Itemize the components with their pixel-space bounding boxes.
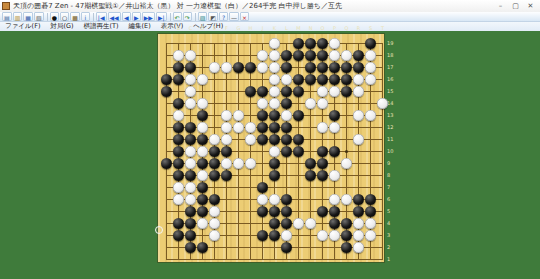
white-stone bbox=[329, 86, 340, 97]
toolbar-separator bbox=[170, 13, 171, 21]
row-label: 12 bbox=[387, 124, 399, 130]
white-stone bbox=[317, 230, 328, 241]
black-stone bbox=[293, 74, 304, 85]
black-stone bbox=[305, 158, 316, 169]
menu-replay[interactable]: 棋譜再生(T) bbox=[79, 22, 124, 31]
black-stone bbox=[197, 206, 208, 217]
black-stone bbox=[185, 230, 196, 241]
black-stone bbox=[269, 134, 280, 145]
black-stone bbox=[233, 62, 244, 73]
white-stone bbox=[317, 122, 328, 133]
black-stone bbox=[269, 110, 280, 121]
black-stone bbox=[293, 146, 304, 157]
black-stone bbox=[185, 62, 196, 73]
black-stone bbox=[365, 194, 376, 205]
black-stone bbox=[269, 170, 280, 181]
white-stone bbox=[269, 98, 280, 109]
white-stone bbox=[173, 194, 184, 205]
row-label: 7 bbox=[387, 184, 399, 190]
column-label: D bbox=[199, 25, 206, 31]
white-stone bbox=[173, 110, 184, 121]
white-stone bbox=[269, 74, 280, 85]
black-stone bbox=[317, 74, 328, 85]
white-stone bbox=[185, 86, 196, 97]
black-stone bbox=[281, 242, 292, 253]
current-move-marker bbox=[155, 226, 163, 234]
black-stone bbox=[269, 218, 280, 229]
row-label: 5 bbox=[387, 208, 399, 214]
black-stone bbox=[161, 74, 172, 85]
black-stone bbox=[257, 86, 268, 97]
black-stone bbox=[281, 62, 292, 73]
maximize-button[interactable]: ▢ bbox=[508, 0, 523, 12]
black-stone bbox=[281, 86, 292, 97]
black-stone bbox=[257, 182, 268, 193]
black-stone bbox=[317, 170, 328, 181]
black-stone bbox=[161, 158, 172, 169]
white-stone bbox=[173, 182, 184, 193]
go-board[interactable]: ABCDEFGHJKLMNOPQRST191817161514131211109… bbox=[158, 34, 384, 262]
white-stone bbox=[269, 146, 280, 157]
black-stone bbox=[281, 134, 292, 145]
white-stone bbox=[269, 194, 280, 205]
column-label: O bbox=[319, 25, 326, 31]
black-stone bbox=[197, 134, 208, 145]
black-stone bbox=[329, 146, 340, 157]
white-stone bbox=[341, 194, 352, 205]
white-stone bbox=[221, 122, 232, 133]
toolbar-separator bbox=[195, 13, 196, 21]
back-10-button[interactable]: ◀◀ bbox=[108, 12, 121, 21]
redo-button[interactable]: ↷ bbox=[183, 12, 192, 21]
white-stone bbox=[185, 194, 196, 205]
row-label: 4 bbox=[387, 220, 399, 226]
black-stone bbox=[329, 206, 340, 217]
white-stone bbox=[209, 230, 220, 241]
black-stone bbox=[293, 38, 304, 49]
white-stone bbox=[245, 134, 256, 145]
white-stone bbox=[329, 230, 340, 241]
column-label: J bbox=[259, 25, 266, 31]
black-stone bbox=[341, 218, 352, 229]
black-stone bbox=[257, 206, 268, 217]
black-stone bbox=[197, 110, 208, 121]
row-label: 18 bbox=[387, 52, 399, 58]
column-label: P bbox=[331, 25, 338, 31]
black-stone bbox=[293, 134, 304, 145]
white-stone bbox=[257, 50, 268, 61]
black-stone bbox=[173, 62, 184, 73]
black-stone bbox=[353, 194, 364, 205]
white-stone bbox=[365, 110, 376, 121]
minimize-button[interactable]: – bbox=[493, 0, 508, 12]
black-stone bbox=[209, 170, 220, 181]
white-stone bbox=[221, 110, 232, 121]
white-stone bbox=[257, 98, 268, 109]
row-label: 13 bbox=[387, 112, 399, 118]
forward-10-button[interactable]: ▶▶ bbox=[142, 12, 155, 21]
white-stone bbox=[269, 50, 280, 61]
black-stone bbox=[257, 122, 268, 133]
black-stone bbox=[293, 110, 304, 121]
black-stone bbox=[257, 110, 268, 121]
black-stone bbox=[185, 122, 196, 133]
white-stone bbox=[365, 50, 376, 61]
black-stone bbox=[173, 98, 184, 109]
black-stone bbox=[257, 134, 268, 145]
white-stone bbox=[269, 86, 280, 97]
row-label: 11 bbox=[387, 136, 399, 142]
black-stone bbox=[173, 146, 184, 157]
white-stone bbox=[185, 182, 196, 193]
column-label: C bbox=[187, 25, 194, 31]
white-stone bbox=[173, 50, 184, 61]
black-stone bbox=[305, 170, 316, 181]
toolbar: ▤▥▦▧●○▩i|◀◀◀◀▶▶▶▶|↶↷▨◩?—× bbox=[0, 12, 540, 22]
row-label: 19 bbox=[387, 40, 399, 46]
black-stone bbox=[281, 50, 292, 61]
info-button[interactable]: i bbox=[81, 12, 90, 21]
white-stone bbox=[197, 146, 208, 157]
print-button[interactable]: ▧ bbox=[34, 12, 44, 21]
black-stone bbox=[257, 230, 268, 241]
black-stone bbox=[341, 74, 352, 85]
black-stone bbox=[317, 158, 328, 169]
window-controls: –▢✕ bbox=[493, 0, 538, 12]
black-stone bbox=[197, 158, 208, 169]
black-stone bbox=[317, 146, 328, 157]
black-stone bbox=[197, 194, 208, 205]
black-stone bbox=[209, 158, 220, 169]
white-stone bbox=[185, 98, 196, 109]
white-stone bbox=[353, 230, 364, 241]
white-stone bbox=[281, 74, 292, 85]
white-stone bbox=[233, 110, 244, 121]
black-stone bbox=[245, 62, 256, 73]
row-label: 10 bbox=[387, 148, 399, 154]
row-label: 16 bbox=[387, 76, 399, 82]
black-stone bbox=[281, 218, 292, 229]
white-stone bbox=[233, 158, 244, 169]
white-stone bbox=[365, 230, 376, 241]
black-stone bbox=[173, 230, 184, 241]
black-stone bbox=[305, 74, 316, 85]
white-stone bbox=[353, 242, 364, 253]
black-stone bbox=[197, 182, 208, 193]
white-stone-button[interactable]: ○ bbox=[60, 12, 69, 21]
row-label: 6 bbox=[387, 196, 399, 202]
white-stone bbox=[257, 62, 268, 73]
white-stone bbox=[365, 74, 376, 85]
black-stone bbox=[281, 146, 292, 157]
white-stone bbox=[353, 74, 364, 85]
analysis-button[interactable]: ◩ bbox=[208, 12, 218, 21]
column-label: N bbox=[307, 25, 314, 31]
window-title: 天頂の囲碁7 Zen - 47期棋聖戦①／井山裕太（黒） 対 一力遼棋聖（白）／… bbox=[13, 1, 342, 11]
black-stone bbox=[269, 122, 280, 133]
white-stone bbox=[185, 158, 196, 169]
white-stone bbox=[185, 74, 196, 85]
black-stone-button[interactable]: ● bbox=[50, 12, 59, 21]
white-stone bbox=[245, 122, 256, 133]
black-stone bbox=[293, 50, 304, 61]
black-stone bbox=[269, 158, 280, 169]
menu-file[interactable]: ファイル(F) bbox=[0, 22, 45, 31]
close-button[interactable]: ✕ bbox=[523, 0, 538, 12]
black-stone bbox=[173, 134, 184, 145]
white-stone bbox=[281, 110, 292, 121]
black-stone bbox=[173, 122, 184, 133]
open-file-button[interactable]: ▥ bbox=[13, 12, 23, 21]
white-stone bbox=[353, 218, 364, 229]
column-label: Q bbox=[343, 25, 350, 31]
column-label: K bbox=[271, 25, 278, 31]
row-label: 9 bbox=[387, 160, 399, 166]
black-stone bbox=[317, 62, 328, 73]
white-stone bbox=[317, 98, 328, 109]
black-stone bbox=[185, 242, 196, 253]
white-stone bbox=[269, 38, 280, 49]
black-stone bbox=[341, 86, 352, 97]
white-stone bbox=[365, 62, 376, 73]
row-label: 2 bbox=[387, 244, 399, 250]
white-stone bbox=[341, 50, 352, 61]
black-stone bbox=[281, 194, 292, 205]
hint-button[interactable]: ? bbox=[219, 12, 228, 21]
white-stone bbox=[221, 134, 232, 145]
white-stone bbox=[185, 146, 196, 157]
toolbar-separator bbox=[47, 13, 48, 21]
black-stone bbox=[341, 62, 352, 73]
black-stone bbox=[185, 206, 196, 217]
white-stone bbox=[197, 218, 208, 229]
menu-view[interactable]: 表示(V) bbox=[156, 22, 189, 31]
white-stone bbox=[269, 62, 280, 73]
black-stone bbox=[281, 206, 292, 217]
black-stone bbox=[185, 170, 196, 181]
white-stone bbox=[305, 218, 316, 229]
black-stone bbox=[317, 38, 328, 49]
white-stone bbox=[185, 50, 196, 61]
forward-button[interactable]: ▶ bbox=[132, 12, 141, 21]
white-stone bbox=[293, 218, 304, 229]
black-stone bbox=[173, 218, 184, 229]
white-stone bbox=[329, 122, 340, 133]
black-stone bbox=[173, 170, 184, 181]
white-stone bbox=[221, 62, 232, 73]
column-label: L bbox=[283, 25, 290, 31]
black-stone bbox=[317, 206, 328, 217]
white-stone bbox=[281, 230, 292, 241]
black-stone bbox=[209, 194, 220, 205]
menu-game[interactable]: 対局(G) bbox=[45, 22, 78, 31]
save-button[interactable]: ▦ bbox=[23, 12, 33, 21]
column-label: M bbox=[295, 25, 302, 31]
black-stone bbox=[281, 122, 292, 133]
black-stone bbox=[305, 50, 316, 61]
black-stone bbox=[341, 230, 352, 241]
white-stone bbox=[209, 206, 220, 217]
board-setup-button[interactable]: ▩ bbox=[70, 12, 80, 21]
white-stone bbox=[329, 50, 340, 61]
black-stone bbox=[185, 218, 196, 229]
white-stone bbox=[257, 194, 268, 205]
column-label: H bbox=[247, 25, 254, 31]
white-stone bbox=[329, 38, 340, 49]
white-stone bbox=[245, 158, 256, 169]
white-stone bbox=[365, 218, 376, 229]
pass-button[interactable]: — bbox=[229, 12, 239, 21]
black-stone bbox=[365, 38, 376, 49]
white-stone bbox=[209, 62, 220, 73]
black-stone bbox=[185, 134, 196, 145]
black-stone bbox=[329, 74, 340, 85]
black-stone bbox=[197, 242, 208, 253]
column-label: E bbox=[211, 25, 218, 31]
black-stone bbox=[245, 86, 256, 97]
black-stone bbox=[329, 218, 340, 229]
white-stone bbox=[197, 98, 208, 109]
white-stone bbox=[329, 170, 340, 181]
black-stone bbox=[353, 62, 364, 73]
column-label: G bbox=[235, 25, 242, 31]
undo-button[interactable]: ↶ bbox=[173, 12, 182, 21]
black-stone bbox=[269, 206, 280, 217]
white-stone bbox=[341, 158, 352, 169]
black-stone bbox=[341, 242, 352, 253]
white-stone bbox=[197, 170, 208, 181]
workspace: ABCDEFGHJKLMNOPQRST191817161514131211109… bbox=[0, 31, 540, 279]
white-stone bbox=[209, 134, 220, 145]
white-stone bbox=[197, 122, 208, 133]
row-label: 17 bbox=[387, 64, 399, 70]
column-label: R bbox=[355, 25, 362, 31]
row-label: 3 bbox=[387, 232, 399, 238]
black-stone bbox=[221, 146, 232, 157]
white-stone bbox=[353, 110, 364, 121]
black-stone bbox=[353, 50, 364, 61]
white-stone bbox=[329, 194, 340, 205]
black-stone bbox=[281, 98, 292, 109]
column-label: T bbox=[379, 25, 386, 31]
black-stone bbox=[173, 158, 184, 169]
black-stone bbox=[161, 86, 172, 97]
black-stone bbox=[293, 86, 304, 97]
white-stone bbox=[353, 86, 364, 97]
row-label: 8 bbox=[387, 172, 399, 178]
territory-count-button[interactable]: ▨ bbox=[198, 12, 208, 21]
to-end-button[interactable]: ▶| bbox=[156, 12, 167, 21]
back-button[interactable]: ◀ bbox=[122, 12, 131, 21]
white-stone bbox=[233, 122, 244, 133]
column-label: B bbox=[175, 25, 182, 31]
row-label: 14 bbox=[387, 100, 399, 106]
app-icon bbox=[2, 2, 10, 10]
resign-button[interactable]: × bbox=[240, 12, 249, 21]
black-stone bbox=[365, 206, 376, 217]
black-stone bbox=[353, 206, 364, 217]
black-stone bbox=[305, 38, 316, 49]
row-label: 1 bbox=[387, 256, 399, 262]
toolbar-separator bbox=[93, 13, 94, 21]
column-label: A bbox=[163, 25, 170, 31]
white-stone bbox=[353, 134, 364, 145]
star-point bbox=[345, 150, 348, 153]
black-stone bbox=[329, 62, 340, 73]
white-stone bbox=[197, 74, 208, 85]
black-stone bbox=[209, 146, 220, 157]
black-stone bbox=[305, 62, 316, 73]
column-label: F bbox=[223, 25, 230, 31]
black-stone bbox=[269, 230, 280, 241]
column-label: S bbox=[367, 25, 374, 31]
to-start-button[interactable]: |◀ bbox=[96, 12, 107, 21]
black-stone bbox=[329, 110, 340, 121]
black-stone bbox=[173, 74, 184, 85]
white-stone bbox=[221, 158, 232, 169]
white-stone bbox=[209, 218, 220, 229]
row-label: 15 bbox=[387, 88, 399, 94]
new-file-button[interactable]: ▤ bbox=[2, 12, 12, 21]
white-stone bbox=[305, 98, 316, 109]
black-stone bbox=[221, 170, 232, 181]
black-stone bbox=[317, 50, 328, 61]
white-stone bbox=[377, 98, 388, 109]
white-stone bbox=[317, 86, 328, 97]
menu-edit[interactable]: 編集(E) bbox=[124, 22, 156, 31]
